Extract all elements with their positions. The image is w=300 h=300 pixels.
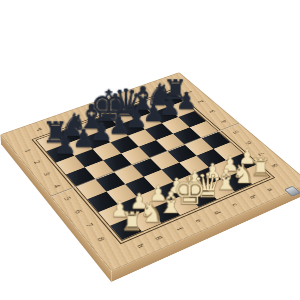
square-f5[interactable] [103,153,132,172]
piece-black-pawn[interactable]: ♟ [53,133,76,158]
chess-board: ♜♞♝♚♛♝♞♜♟♟♟♟♟♟♟♟♟♟♟♟♟♟♟♟♜♞♝♚♛♝♞♜ 11hh22g… [0,72,300,271]
rank-label-left-1: 1 [14,142,42,159]
product-photo: ♜♞♝♚♛♝♞♜♟♟♟♟♟♟♟♟♟♟♟♟♟♟♟♟♜♞♝♚♛♝♞♜ 11hh22g… [0,0,300,300]
piece-white-rook[interactable]: ♜ [120,209,144,235]
scene: ♜♞♝♚♛♝♞♜♟♟♟♟♟♟♟♟♟♟♟♟♟♟♟♟♜♞♝♚♛♝♞♜ 11hh22g… [0,0,300,300]
square-e5[interactable] [121,147,150,165]
